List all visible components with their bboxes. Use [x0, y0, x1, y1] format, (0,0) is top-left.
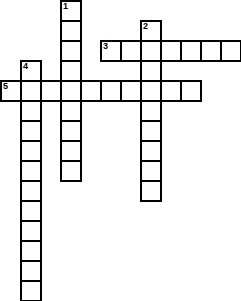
void-cell — [101, 21, 121, 41]
void-cell — [221, 161, 241, 181]
void-cell — [161, 21, 181, 41]
void-cell — [121, 241, 141, 261]
void-cell — [121, 221, 141, 241]
clue-number: 3 — [103, 42, 108, 51]
void-cell — [1, 161, 21, 181]
crossword-cell[interactable] — [21, 81, 41, 101]
crossword-cell[interactable] — [141, 41, 161, 61]
void-cell — [1, 241, 21, 261]
void-cell — [201, 181, 221, 201]
void-cell — [201, 241, 221, 261]
crossword-cell[interactable] — [21, 281, 41, 301]
void-cell — [181, 241, 201, 261]
crossword-cell[interactable] — [121, 81, 141, 101]
void-cell — [201, 1, 221, 21]
void-cell — [81, 201, 101, 221]
crossword-cell[interactable] — [21, 261, 41, 281]
void-cell — [121, 121, 141, 141]
void-cell — [181, 21, 201, 41]
void-cell — [161, 161, 181, 181]
crossword-cell[interactable] — [81, 81, 101, 101]
void-cell — [81, 121, 101, 141]
void-cell — [141, 201, 161, 221]
void-cell — [41, 41, 61, 61]
void-cell — [81, 161, 101, 181]
clue-number: 5 — [3, 82, 8, 91]
crossword-cell[interactable] — [181, 41, 201, 61]
void-cell — [101, 161, 121, 181]
void-cell — [41, 101, 61, 121]
crossword-cell[interactable]: 3 — [101, 41, 121, 61]
void-cell — [201, 261, 221, 281]
void-cell — [21, 1, 41, 21]
void-cell — [181, 181, 201, 201]
void-cell — [221, 61, 241, 81]
void-cell — [41, 141, 61, 161]
void-cell — [181, 281, 201, 301]
crossword-cell[interactable] — [21, 101, 41, 121]
void-cell — [101, 121, 121, 141]
void-cell — [121, 201, 141, 221]
void-cell — [41, 61, 61, 81]
void-cell — [221, 201, 241, 221]
void-cell — [121, 181, 141, 201]
void-cell — [201, 141, 221, 161]
void-cell — [221, 1, 241, 21]
crossword-cell[interactable] — [121, 41, 141, 61]
void-cell — [221, 21, 241, 41]
crossword-cell[interactable] — [61, 21, 81, 41]
void-cell — [161, 281, 181, 301]
crossword-cell[interactable] — [41, 81, 61, 101]
crossword-cell[interactable] — [21, 201, 41, 221]
crossword-grid: 12345 — [1, 1, 241, 301]
void-cell — [221, 241, 241, 261]
void-cell — [1, 181, 21, 201]
crossword-cell[interactable] — [21, 161, 41, 181]
crossword-cell[interactable]: 2 — [141, 21, 161, 41]
crossword-cell[interactable] — [181, 81, 201, 101]
void-cell — [61, 281, 81, 301]
void-cell — [41, 261, 61, 281]
void-cell — [181, 121, 201, 141]
void-cell — [81, 41, 101, 61]
void-cell — [181, 1, 201, 21]
void-cell — [141, 281, 161, 301]
void-cell — [61, 261, 81, 281]
void-cell — [161, 121, 181, 141]
void-cell — [201, 121, 221, 141]
void-cell — [81, 61, 101, 81]
void-cell — [121, 281, 141, 301]
crossword-cell[interactable] — [161, 41, 181, 61]
void-cell — [101, 61, 121, 81]
void-cell — [141, 241, 161, 261]
void-cell — [161, 61, 181, 81]
crossword-cell[interactable] — [61, 101, 81, 121]
crossword-cell[interactable] — [61, 81, 81, 101]
crossword-cell[interactable]: 4 — [21, 61, 41, 81]
crossword-cell[interactable] — [21, 241, 41, 261]
void-cell — [201, 81, 221, 101]
void-cell — [81, 181, 101, 201]
void-cell — [221, 261, 241, 281]
crossword-cell[interactable]: 5 — [1, 81, 21, 101]
void-cell — [101, 261, 121, 281]
void-cell — [81, 281, 101, 301]
crossword-cell[interactable] — [21, 121, 41, 141]
void-cell — [161, 241, 181, 261]
void-cell — [221, 81, 241, 101]
void-cell — [121, 101, 141, 121]
crossword-cell[interactable] — [161, 81, 181, 101]
crossword-cell[interactable] — [221, 41, 241, 61]
void-cell — [221, 101, 241, 121]
void-cell — [61, 181, 81, 201]
void-cell — [1, 101, 21, 121]
void-cell — [1, 261, 21, 281]
crossword-cell[interactable] — [141, 121, 161, 141]
void-cell — [181, 101, 201, 121]
void-cell — [161, 221, 181, 241]
void-cell — [1, 61, 21, 81]
crossword-cell[interactable] — [101, 81, 121, 101]
void-cell — [201, 221, 221, 241]
void-cell — [101, 101, 121, 121]
crossword-cell[interactable] — [61, 61, 81, 81]
void-cell — [141, 261, 161, 281]
void-cell — [1, 41, 21, 61]
void-cell — [181, 221, 201, 241]
void-cell — [121, 21, 141, 41]
crossword-cell[interactable] — [201, 41, 221, 61]
void-cell — [201, 281, 221, 301]
crossword-cell[interactable] — [61, 121, 81, 141]
void-cell — [101, 1, 121, 21]
void-cell — [101, 201, 121, 221]
void-cell — [181, 161, 201, 181]
void-cell — [221, 121, 241, 141]
void-cell — [221, 141, 241, 161]
clue-number: 1 — [63, 2, 68, 11]
void-cell — [201, 21, 221, 41]
void-cell — [41, 281, 61, 301]
void-cell — [81, 141, 101, 161]
void-cell — [201, 161, 221, 181]
void-cell — [41, 21, 61, 41]
void-cell — [121, 161, 141, 181]
void-cell — [41, 1, 61, 21]
void-cell — [181, 261, 201, 281]
void-cell — [81, 261, 101, 281]
void-cell — [121, 261, 141, 281]
void-cell — [141, 1, 161, 21]
void-cell — [161, 1, 181, 21]
void-cell — [181, 61, 201, 81]
clue-number: 2 — [143, 22, 148, 31]
crossword-cell[interactable] — [141, 161, 161, 181]
void-cell — [101, 221, 121, 241]
void-cell — [201, 201, 221, 221]
crossword-page: 12345 — [0, 0, 241, 301]
void-cell — [201, 101, 221, 121]
void-cell — [1, 121, 21, 141]
crossword-cell[interactable] — [61, 141, 81, 161]
void-cell — [61, 201, 81, 221]
void-cell — [101, 181, 121, 201]
void-cell — [181, 141, 201, 161]
void-cell — [21, 21, 41, 41]
void-cell — [161, 261, 181, 281]
void-cell — [1, 1, 21, 21]
void-cell — [181, 201, 201, 221]
void-cell — [81, 21, 101, 41]
crossword-cell[interactable] — [21, 141, 41, 161]
void-cell — [1, 281, 21, 301]
void-cell — [161, 141, 181, 161]
void-cell — [81, 101, 101, 121]
void-cell — [41, 241, 61, 261]
clue-number: 4 — [23, 62, 28, 71]
crossword-cell[interactable] — [141, 61, 161, 81]
void-cell — [161, 201, 181, 221]
crossword-cell[interactable] — [21, 221, 41, 241]
void-cell — [161, 181, 181, 201]
crossword-cell[interactable] — [61, 41, 81, 61]
void-cell — [101, 281, 121, 301]
void-cell — [221, 281, 241, 301]
void-cell — [221, 181, 241, 201]
void-cell — [1, 221, 21, 241]
crossword-cell[interactable] — [141, 141, 161, 161]
void-cell — [41, 121, 61, 141]
void-cell — [81, 1, 101, 21]
void-cell — [161, 101, 181, 121]
void-cell — [121, 141, 141, 161]
void-cell — [221, 221, 241, 241]
void-cell — [81, 221, 101, 241]
void-cell — [1, 141, 21, 161]
crossword-cell[interactable] — [141, 81, 161, 101]
void-cell — [121, 1, 141, 21]
void-cell — [1, 201, 21, 221]
crossword-cell[interactable] — [141, 181, 161, 201]
void-cell — [41, 181, 61, 201]
void-cell — [101, 141, 121, 161]
void-cell — [41, 221, 61, 241]
crossword-cell[interactable]: 1 — [61, 1, 81, 21]
void-cell — [201, 61, 221, 81]
crossword-cell[interactable] — [21, 181, 41, 201]
void-cell — [41, 201, 61, 221]
crossword-cell[interactable] — [61, 161, 81, 181]
void-cell — [1, 21, 21, 41]
void-cell — [141, 221, 161, 241]
crossword-cell[interactable] — [141, 101, 161, 121]
void-cell — [61, 221, 81, 241]
void-cell — [61, 241, 81, 261]
void-cell — [81, 241, 101, 261]
void-cell — [101, 241, 121, 261]
void-cell — [41, 161, 61, 181]
void-cell — [21, 41, 41, 61]
void-cell — [121, 61, 141, 81]
